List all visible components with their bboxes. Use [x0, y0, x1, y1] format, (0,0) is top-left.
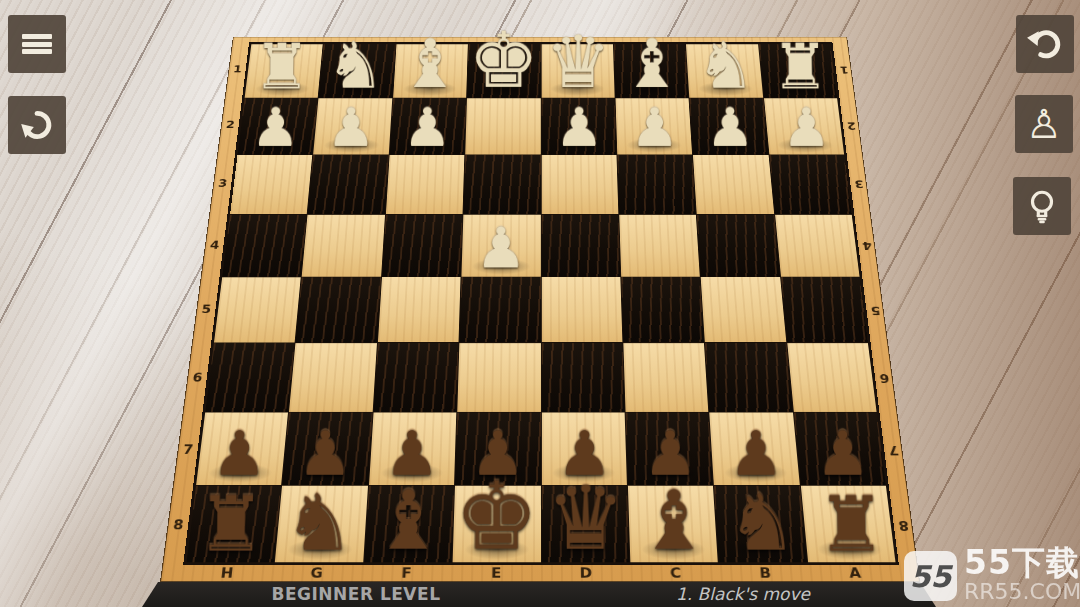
- undo-icon: [1026, 25, 1064, 63]
- file-label-f: F: [361, 565, 452, 583]
- square-f1[interactable]: ♝: [393, 44, 468, 98]
- chess-board: 12345678 12345678 HGFEDCBA ♜♞♝♚♛♝♞♜♟♟♟♟♟…: [160, 37, 920, 582]
- square-g2[interactable]: ♟: [313, 98, 392, 154]
- piece-white-pawn-b2[interactable]: ♟: [693, 103, 768, 153]
- square-e6[interactable]: [457, 343, 540, 412]
- square-h3[interactable]: [230, 155, 312, 214]
- square-c6[interactable]: [623, 343, 708, 412]
- square-h6[interactable]: [205, 343, 295, 412]
- pawn-icon: ♙: [1026, 104, 1062, 144]
- square-g8[interactable]: ♞: [275, 486, 368, 562]
- piece-black-knight-b8[interactable]: ♞: [718, 487, 806, 561]
- square-e1[interactable]: ♚: [467, 44, 540, 98]
- square-e5[interactable]: [460, 277, 541, 342]
- square-a4[interactable]: [775, 215, 860, 277]
- piece-white-pawn-c2[interactable]: ♟: [617, 103, 692, 153]
- board-front-face: BEGINNER LEVEL 1. Black's move: [140, 582, 940, 607]
- square-g5[interactable]: [296, 277, 381, 342]
- file-label-c: C: [630, 565, 721, 583]
- piece-black-pawn-g7[interactable]: ♟: [283, 425, 369, 483]
- file-label-d: D: [541, 565, 631, 583]
- piece-black-pawn-a7[interactable]: ♟: [800, 425, 886, 483]
- menu-button[interactable]: [8, 15, 66, 73]
- square-g4[interactable]: [302, 215, 385, 277]
- piece-white-rook-a1[interactable]: ♜: [763, 37, 837, 96]
- piece-black-bishop-f8[interactable]: ♝: [364, 483, 452, 561]
- square-c4[interactable]: [619, 215, 700, 277]
- file-label-g: G: [271, 565, 362, 583]
- piece-white-rook-h1[interactable]: ♜: [245, 37, 319, 96]
- undo-button[interactable]: [1016, 15, 1074, 73]
- square-b6[interactable]: [705, 343, 792, 412]
- piece-white-pawn-g2[interactable]: ♟: [314, 103, 389, 153]
- piece-black-pawn-b7[interactable]: ♟: [714, 425, 800, 483]
- square-a6[interactable]: [787, 343, 877, 412]
- square-h8[interactable]: ♜: [186, 486, 281, 562]
- level-label: BEGINNER LEVEL: [236, 582, 476, 607]
- piece-black-knight-g8[interactable]: ♞: [275, 487, 363, 561]
- piece-black-pawn-h7[interactable]: ♟: [196, 425, 282, 483]
- square-h4[interactable]: [222, 215, 307, 277]
- square-f4[interactable]: [382, 215, 463, 277]
- piece-white-bishop-f1[interactable]: ♝: [393, 33, 466, 97]
- square-b2[interactable]: ♟: [690, 98, 769, 154]
- square-c3[interactable]: [617, 155, 696, 214]
- square-h1[interactable]: ♜: [245, 44, 323, 98]
- piece-black-bishop-c8[interactable]: ♝: [630, 483, 718, 561]
- square-c5[interactable]: [621, 277, 704, 342]
- hint-button[interactable]: [1013, 177, 1071, 235]
- square-a2[interactable]: ♟: [764, 98, 844, 154]
- square-d1[interactable]: ♛: [541, 44, 614, 98]
- app-window: 12345678 12345678 HGFEDCBA ♜♞♝♚♛♝♞♜♟♟♟♟♟…: [0, 0, 1080, 607]
- square-f6[interactable]: [373, 343, 458, 412]
- square-h7[interactable]: ♟: [196, 413, 288, 485]
- piece-white-queen-d1[interactable]: ♛: [541, 28, 614, 96]
- piece-white-pawn-f2[interactable]: ♟: [389, 103, 464, 153]
- square-f8[interactable]: ♝: [364, 486, 454, 562]
- square-e3[interactable]: [463, 155, 540, 214]
- lightbulb-icon: [1023, 187, 1061, 225]
- square-b4[interactable]: [697, 215, 780, 277]
- piece-white-pawn-e4[interactable]: ♟: [462, 222, 541, 275]
- square-d4[interactable]: [541, 215, 620, 277]
- square-c8[interactable]: ♝: [628, 486, 718, 562]
- piece-white-pawn-d2[interactable]: ♟: [541, 103, 616, 153]
- file-labels: HGFEDCBA: [181, 565, 901, 583]
- square-d8[interactable]: ♛: [541, 486, 629, 562]
- piece-white-pawn-a2[interactable]: ♟: [768, 103, 844, 153]
- piece-black-rook-a8[interactable]: ♜: [807, 488, 896, 560]
- square-a3[interactable]: [769, 155, 852, 214]
- square-b1[interactable]: ♞: [686, 44, 763, 98]
- piece-black-rook-h8[interactable]: ♜: [187, 488, 276, 560]
- piece-white-bishop-c1[interactable]: ♝: [615, 33, 688, 97]
- piece-white-knight-g1[interactable]: ♞: [319, 36, 393, 97]
- square-b5[interactable]: [701, 277, 786, 342]
- square-e8[interactable]: ♚: [453, 486, 541, 562]
- piece-black-queen-d8[interactable]: ♛: [541, 477, 629, 560]
- piece-white-pawn-h2[interactable]: ♟: [238, 103, 314, 153]
- file-label-h: H: [181, 565, 273, 583]
- square-h2[interactable]: ♟: [238, 98, 318, 154]
- piece-white-knight-b1[interactable]: ♞: [689, 36, 763, 97]
- square-a7[interactable]: ♟: [794, 413, 886, 485]
- square-d5[interactable]: [541, 277, 622, 342]
- square-g6[interactable]: [289, 343, 376, 412]
- file-label-a: A: [809, 565, 901, 583]
- square-a5[interactable]: [781, 277, 868, 342]
- restart-icon: [18, 106, 56, 144]
- square-d2[interactable]: ♟: [541, 98, 616, 154]
- piece-black-king-e8[interactable]: ♚: [453, 472, 541, 561]
- square-b8[interactable]: ♞: [714, 486, 807, 562]
- square-c2[interactable]: ♟: [615, 98, 692, 154]
- square-b3[interactable]: [693, 155, 774, 214]
- square-f5[interactable]: [378, 277, 461, 342]
- restart-button[interactable]: [8, 96, 66, 154]
- move-status: 1. Black's move: [628, 582, 858, 607]
- square-a1[interactable]: ♜: [759, 44, 837, 98]
- menu-icon: [22, 32, 52, 57]
- watermark-site-url: RR55.COM: [964, 579, 1080, 604]
- watermark-logo: 55: [904, 551, 957, 601]
- file-label-e: E: [451, 565, 541, 583]
- pieces-button[interactable]: ♙: [1015, 95, 1073, 153]
- piece-white-king-e1[interactable]: ♚: [467, 24, 540, 97]
- square-f3[interactable]: [386, 155, 465, 214]
- square-f2[interactable]: ♟: [389, 98, 466, 154]
- square-g1[interactable]: ♞: [319, 44, 396, 98]
- board-grid: ♜♞♝♚♛♝♞♜♟♟♟♟♟♟♟♟♟♟♟♟♟♟♟♟♜♞♝♚♛♝♞♜: [183, 42, 899, 564]
- square-e2[interactable]: [465, 98, 540, 154]
- square-a8[interactable]: ♜: [800, 486, 895, 562]
- square-g7[interactable]: ♟: [282, 413, 372, 485]
- square-d3[interactable]: [541, 155, 618, 214]
- square-g3[interactable]: [308, 155, 389, 214]
- square-d6[interactable]: [541, 343, 624, 412]
- file-label-b: B: [720, 565, 811, 583]
- square-b7[interactable]: ♟: [710, 413, 800, 485]
- square-e4[interactable]: ♟: [462, 215, 541, 277]
- square-h5[interactable]: [214, 277, 301, 342]
- square-c1[interactable]: ♝: [614, 44, 689, 98]
